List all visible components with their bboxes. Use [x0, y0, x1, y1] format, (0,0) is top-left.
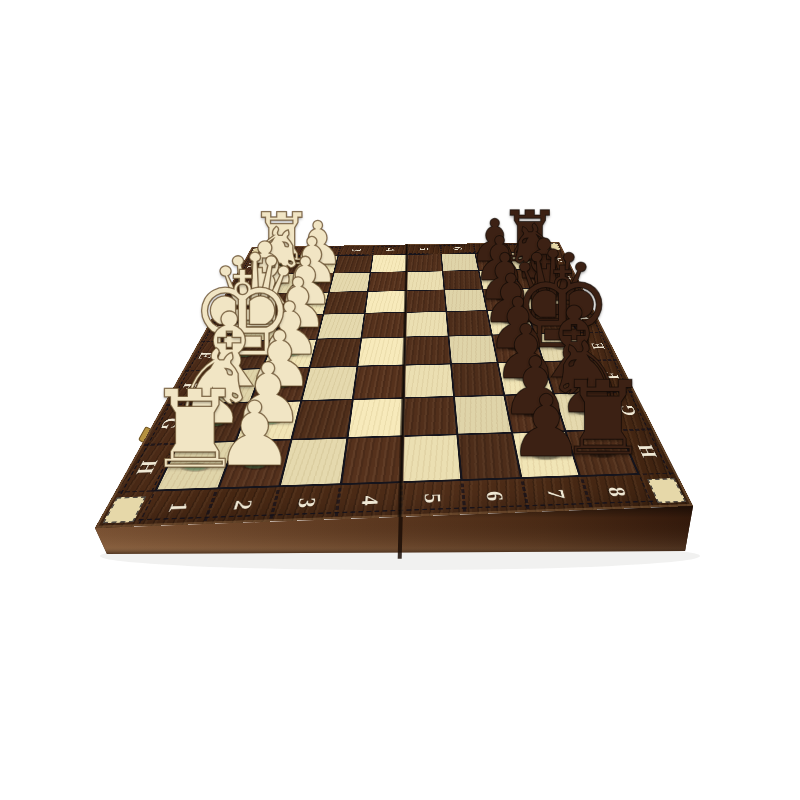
file-label-near-8-text: 8: [602, 486, 631, 497]
rank-label-left-G-text: G: [155, 417, 184, 429]
corner-cell-0: [250, 248, 270, 256]
file-label-near-3-text: 3: [292, 497, 321, 508]
file-label-far-6-text: 6: [450, 247, 465, 250]
file-label-near-3: 3: [271, 488, 340, 519]
file-label-near-6-text: 6: [481, 491, 509, 502]
file-label-near-4-text: 4: [356, 495, 384, 506]
rank-label-right-E-text: E: [587, 342, 609, 349]
square-a6: [442, 254, 478, 271]
square-a5: [407, 254, 442, 271]
file-label-far-1: 1: [269, 247, 307, 256]
square-c7: [483, 289, 526, 310]
file-label-near-8: 8: [582, 477, 653, 507]
file-label-far-5-text: 5: [417, 247, 431, 250]
square-f5: [405, 365, 453, 398]
square-a7: [476, 253, 514, 270]
file-label-near-7: 7: [522, 479, 590, 509]
square-e6: [449, 335, 496, 363]
square-a8: [510, 253, 549, 270]
square-c8: [521, 288, 566, 309]
file-label-near-5: 5: [401, 484, 465, 514]
file-label-near-1: 1: [139, 492, 216, 523]
square-c1: [241, 293, 289, 315]
file-label-near-2: 2: [205, 490, 278, 521]
file-label-near-1-text: 1: [162, 502, 194, 513]
square-b7: [479, 270, 519, 289]
square-e7: [493, 334, 543, 362]
rank-label-left-F-text: F: [177, 383, 203, 391]
file-label-near-5-text: 5: [419, 493, 446, 504]
square-e5: [405, 336, 450, 364]
square-e8: [536, 333, 589, 361]
file-label-far-2-text: 2: [315, 249, 330, 252]
square-d5: [406, 312, 448, 336]
rank-label-left-E-text: E: [194, 352, 218, 360]
square-b2: [291, 273, 333, 292]
rank-label-left-A-text: A: [244, 263, 262, 268]
file-label-far-4: 4: [373, 245, 408, 254]
square-b3: [330, 273, 370, 292]
rank-label-right-B-text: B: [557, 275, 575, 280]
square-b4: [368, 272, 405, 291]
square-g4: [348, 399, 402, 438]
rank-label-left-C-text: C: [222, 301, 242, 307]
square-e4: [358, 337, 404, 365]
file-label-far-6: 6: [440, 244, 475, 253]
square-a3: [335, 255, 372, 272]
square-f3: [303, 367, 357, 400]
rank-label-left-B-text: B: [234, 281, 253, 286]
square-f7: [498, 362, 552, 394]
square-a2: [298, 256, 337, 273]
rank-label-right-A-text: A: [549, 258, 566, 263]
square-h6: [459, 434, 520, 479]
square-d3: [318, 314, 364, 339]
square-d2: [274, 315, 323, 340]
square-d8: [528, 309, 576, 333]
file-label-far-2: 2: [304, 246, 341, 255]
file-label-far-7: 7: [473, 244, 508, 253]
square-b5: [407, 271, 444, 290]
file-label-far-4-text: 4: [383, 248, 398, 251]
file-label-far-3: 3: [338, 246, 374, 255]
file-label-far-3-text: 3: [349, 249, 364, 252]
square-g3: [293, 400, 352, 439]
square-e2: [263, 339, 316, 368]
file-label-near-2-text: 2: [227, 499, 257, 510]
rank-label-right-G-text: G: [615, 404, 642, 416]
square-f2: [251, 368, 309, 401]
file-label-far-8-text: 8: [517, 246, 532, 249]
square-f6: [452, 363, 503, 395]
rank-label-left-H-text: H: [131, 460, 164, 475]
square-c3: [324, 292, 367, 314]
square-b1: [252, 274, 297, 293]
product-photo-scene: AA11BB22CC33DD44EE55FF66GG77HH88 ♜♞♝♛♚♝♞…: [0, 0, 800, 800]
rank-label-right-C-text: C: [565, 295, 584, 301]
square-g5: [404, 397, 457, 435]
file-label-near-6: 6: [462, 481, 528, 511]
square-h4: [342, 437, 401, 483]
rank-label-right-F-text: F: [600, 372, 624, 380]
square-h3: [281, 439, 346, 485]
square-f8: [545, 361, 602, 393]
rank-label-right-D-text: D: [575, 317, 596, 324]
square-a1: [261, 257, 303, 274]
square-g7: [505, 394, 564, 432]
corner-cell-3: [647, 478, 686, 503]
square-d1: [229, 315, 281, 340]
square-h5: [403, 435, 461, 481]
rank-label-left-D-text: D: [209, 325, 231, 332]
square-c6: [445, 290, 486, 311]
square-d4: [362, 313, 405, 338]
square-g6: [455, 396, 511, 434]
square-c5: [406, 290, 445, 312]
file-label-near-4: 4: [336, 486, 401, 517]
square-f4: [354, 366, 404, 399]
square-b6: [443, 271, 481, 290]
file-label-near-7-text: 7: [542, 489, 571, 500]
file-label-far-1-text: 1: [280, 250, 296, 253]
square-e3: [311, 338, 360, 366]
file-label-far-7-text: 7: [484, 246, 499, 249]
square-d7: [488, 310, 534, 334]
square-c2: [283, 293, 328, 315]
file-label-far-8: 8: [506, 243, 542, 252]
square-c4: [366, 291, 406, 313]
square-a4: [371, 255, 406, 272]
square-d6: [447, 311, 491, 335]
corner-cell-1: [542, 243, 561, 250]
file-label-far-5: 5: [407, 245, 441, 254]
square-b8: [515, 269, 557, 288]
rank-label-right-H-text: H: [633, 444, 663, 458]
